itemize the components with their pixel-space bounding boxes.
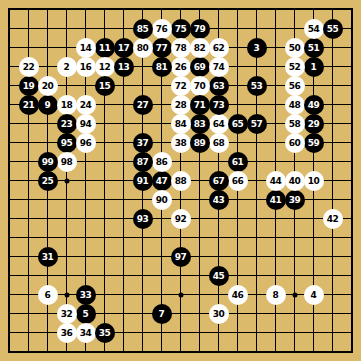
stone-white-32[interactable]: 32 [57, 304, 77, 324]
stone-black-75[interactable]: 75 [171, 19, 191, 39]
stone-white-62[interactable]: 62 [209, 38, 229, 58]
stone-white-40[interactable]: 40 [285, 171, 305, 191]
stone-black-83[interactable]: 83 [190, 114, 210, 134]
stone-white-42[interactable]: 42 [323, 209, 343, 229]
stone-black-91[interactable]: 91 [133, 171, 153, 191]
stone-white-6[interactable]: 6 [38, 285, 58, 305]
stone-black-45[interactable]: 45 [209, 266, 229, 286]
stone-black-67[interactable]: 67 [209, 171, 229, 191]
stone-black-1[interactable]: 1 [304, 57, 324, 77]
stone-white-46[interactable]: 46 [228, 285, 248, 305]
stone-black-31[interactable]: 31 [38, 247, 58, 267]
stone-black-37[interactable]: 37 [133, 133, 153, 153]
stone-black-11[interactable]: 11 [95, 38, 115, 58]
grid-line-horizontal [9, 237, 352, 238]
stone-white-84[interactable]: 84 [171, 114, 191, 134]
stone-black-97[interactable]: 97 [171, 247, 191, 267]
stone-black-9[interactable]: 9 [38, 95, 58, 115]
stone-black-77[interactable]: 77 [152, 38, 172, 58]
stone-white-98[interactable]: 98 [57, 152, 77, 172]
grid-line-vertical [256, 9, 257, 352]
stone-white-82[interactable]: 82 [190, 38, 210, 58]
stone-white-80[interactable]: 80 [133, 38, 153, 58]
stone-black-33[interactable]: 33 [76, 285, 96, 305]
star-point [292, 292, 297, 297]
stone-black-59[interactable]: 59 [304, 133, 324, 153]
stone-black-3[interactable]: 3 [247, 38, 267, 58]
stone-black-29[interactable]: 29 [304, 114, 324, 134]
stone-black-57[interactable]: 57 [247, 114, 267, 134]
stone-black-23[interactable]: 23 [57, 114, 77, 134]
stone-black-55[interactable]: 55 [323, 19, 343, 39]
stone-white-18[interactable]: 18 [57, 95, 77, 115]
stone-black-95[interactable]: 95 [57, 133, 77, 153]
stone-black-43[interactable]: 43 [209, 190, 229, 210]
stone-black-93[interactable]: 93 [133, 209, 153, 229]
stone-black-85[interactable]: 85 [133, 19, 153, 39]
stone-white-96[interactable]: 96 [76, 133, 96, 153]
stone-black-73[interactable]: 73 [209, 95, 229, 115]
stone-white-38[interactable]: 38 [171, 133, 191, 153]
stone-white-86[interactable]: 86 [152, 152, 172, 172]
stone-white-88[interactable]: 88 [171, 171, 191, 191]
stone-white-64[interactable]: 64 [209, 114, 229, 134]
stone-white-58[interactable]: 58 [285, 114, 305, 134]
stone-white-14[interactable]: 14 [76, 38, 96, 58]
stone-white-26[interactable]: 26 [171, 57, 191, 77]
stone-black-79[interactable]: 79 [190, 19, 210, 39]
stone-black-13[interactable]: 13 [114, 57, 134, 77]
stone-black-69[interactable]: 69 [190, 57, 210, 77]
stone-white-48[interactable]: 48 [285, 95, 305, 115]
stone-white-54[interactable]: 54 [304, 19, 324, 39]
stone-black-51[interactable]: 51 [304, 38, 324, 58]
stone-white-28[interactable]: 28 [171, 95, 191, 115]
stone-black-47[interactable]: 47 [152, 171, 172, 191]
stone-white-66[interactable]: 66 [228, 171, 248, 191]
go-board[interactable]: 1234567891011121314151617181920212223242… [0, 0, 361, 361]
stone-white-44[interactable]: 44 [266, 171, 286, 191]
stone-white-74[interactable]: 74 [209, 57, 229, 77]
stone-white-8[interactable]: 8 [266, 285, 286, 305]
stone-white-72[interactable]: 72 [171, 76, 191, 96]
stone-white-92[interactable]: 92 [171, 209, 191, 229]
stone-black-81[interactable]: 81 [152, 57, 172, 77]
stone-white-2[interactable]: 2 [57, 57, 77, 77]
stone-black-39[interactable]: 39 [285, 190, 305, 210]
star-point [64, 292, 69, 297]
stone-white-90[interactable]: 90 [152, 190, 172, 210]
stone-white-20[interactable]: 20 [38, 76, 58, 96]
stone-black-87[interactable]: 87 [133, 152, 153, 172]
stone-black-25[interactable]: 25 [38, 171, 58, 191]
stone-black-49[interactable]: 49 [304, 95, 324, 115]
stone-white-52[interactable]: 52 [285, 57, 305, 77]
grid-line-horizontal [9, 275, 352, 276]
stone-black-99[interactable]: 99 [38, 152, 58, 172]
stone-white-34[interactable]: 34 [76, 323, 96, 343]
stone-white-50[interactable]: 50 [285, 38, 305, 58]
stone-black-27[interactable]: 27 [133, 95, 153, 115]
stone-black-71[interactable]: 71 [190, 95, 210, 115]
stone-white-78[interactable]: 78 [171, 38, 191, 58]
stone-white-24[interactable]: 24 [76, 95, 96, 115]
stone-white-12[interactable]: 12 [95, 57, 115, 77]
stone-white-22[interactable]: 22 [19, 57, 39, 77]
stone-white-60[interactable]: 60 [285, 133, 305, 153]
stone-black-53[interactable]: 53 [247, 76, 267, 96]
stone-black-17[interactable]: 17 [114, 38, 134, 58]
stone-black-19[interactable]: 19 [19, 76, 39, 96]
stone-black-5[interactable]: 5 [76, 304, 96, 324]
stone-black-15[interactable]: 15 [95, 76, 115, 96]
stone-black-21[interactable]: 21 [19, 95, 39, 115]
grid-line-vertical [332, 9, 333, 352]
stone-black-61[interactable]: 61 [228, 152, 248, 172]
stone-white-10[interactable]: 10 [304, 171, 324, 191]
stone-white-70[interactable]: 70 [190, 76, 210, 96]
stone-white-94[interactable]: 94 [76, 114, 96, 134]
stone-white-4[interactable]: 4 [304, 285, 324, 305]
stone-white-30[interactable]: 30 [209, 304, 229, 324]
stone-white-76[interactable]: 76 [152, 19, 172, 39]
stone-white-36[interactable]: 36 [57, 323, 77, 343]
stone-black-63[interactable]: 63 [209, 76, 229, 96]
stone-black-35[interactable]: 35 [95, 323, 115, 343]
stone-black-7[interactable]: 7 [152, 304, 172, 324]
star-point [178, 292, 183, 297]
stone-white-56[interactable]: 56 [285, 76, 305, 96]
stone-white-68[interactable]: 68 [209, 133, 229, 153]
stone-black-65[interactable]: 65 [228, 114, 248, 134]
stone-white-16[interactable]: 16 [76, 57, 96, 77]
stone-black-89[interactable]: 89 [190, 133, 210, 153]
stone-black-41[interactable]: 41 [266, 190, 286, 210]
star-point [64, 178, 69, 183]
